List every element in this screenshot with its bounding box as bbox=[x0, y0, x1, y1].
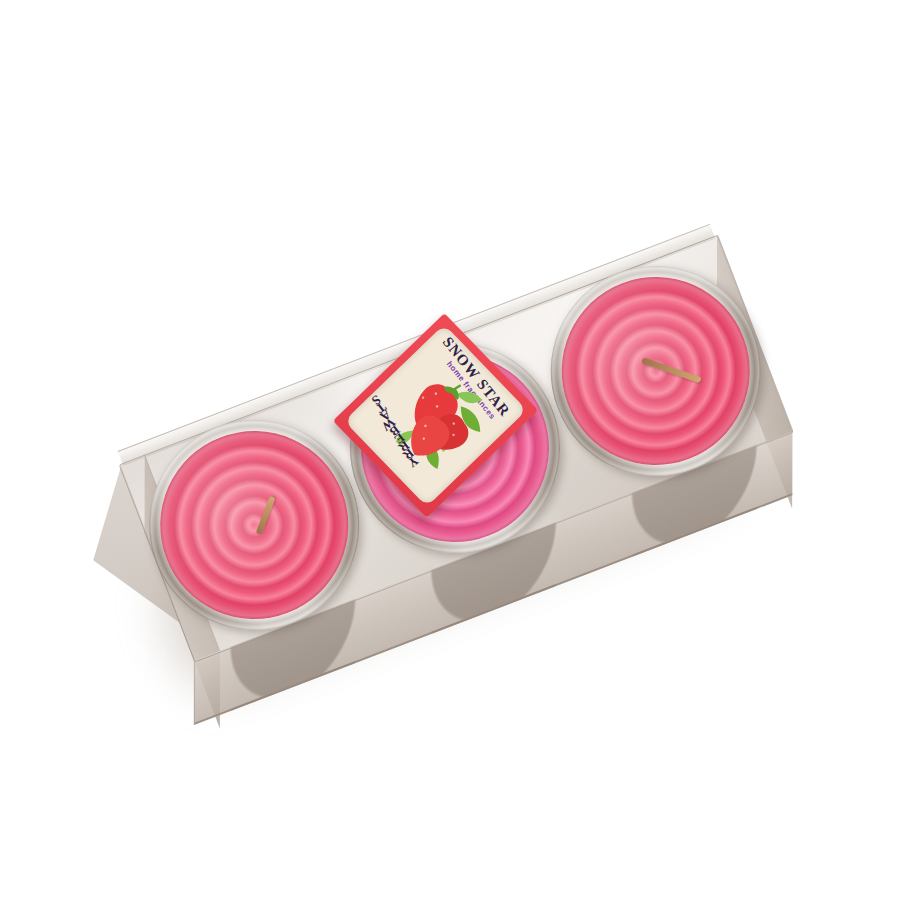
product-photo-scene: SNOW STAR home fragrances bbox=[0, 0, 900, 900]
candle-wick-left bbox=[256, 496, 276, 535]
candle-wick-right bbox=[641, 357, 702, 383]
